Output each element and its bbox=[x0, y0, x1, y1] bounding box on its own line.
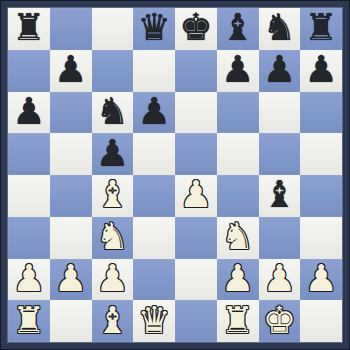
square-c7[interactable] bbox=[92, 50, 134, 92]
square-b8[interactable] bbox=[50, 8, 92, 50]
square-e3[interactable] bbox=[175, 217, 217, 259]
square-c3[interactable]: ♞ bbox=[92, 217, 134, 259]
square-c1[interactable]: ♝ bbox=[92, 300, 134, 342]
white-pawn-piece[interactable]: ♟ bbox=[12, 260, 45, 297]
black-king-piece[interactable]: ♚ bbox=[179, 9, 212, 46]
square-a2[interactable]: ♟ bbox=[8, 259, 50, 301]
square-h8[interactable]: ♜ bbox=[300, 8, 342, 50]
square-g7[interactable]: ♟ bbox=[259, 50, 301, 92]
square-b2[interactable]: ♟ bbox=[50, 259, 92, 301]
square-h1[interactable] bbox=[300, 300, 342, 342]
square-d3[interactable] bbox=[133, 217, 175, 259]
white-bishop-piece[interactable]: ♝ bbox=[96, 302, 129, 339]
square-d6[interactable]: ♟ bbox=[133, 92, 175, 134]
square-c8[interactable] bbox=[92, 8, 134, 50]
white-pawn-piece[interactable]: ♟ bbox=[305, 260, 338, 297]
black-pawn-piece[interactable]: ♟ bbox=[221, 51, 254, 88]
black-bishop-piece[interactable]: ♝ bbox=[221, 9, 254, 46]
square-d4[interactable] bbox=[133, 175, 175, 217]
square-b1[interactable] bbox=[50, 300, 92, 342]
square-h3[interactable] bbox=[300, 217, 342, 259]
square-f7[interactable]: ♟ bbox=[217, 50, 259, 92]
square-f1[interactable]: ♜ bbox=[217, 300, 259, 342]
square-h5[interactable] bbox=[300, 133, 342, 175]
black-pawn-piece[interactable]: ♟ bbox=[138, 93, 171, 130]
black-pawn-piece[interactable]: ♟ bbox=[305, 51, 338, 88]
square-c4[interactable]: ♝ bbox=[92, 175, 134, 217]
square-a3[interactable] bbox=[8, 217, 50, 259]
square-e2[interactable] bbox=[175, 259, 217, 301]
square-g3[interactable] bbox=[259, 217, 301, 259]
square-e5[interactable] bbox=[175, 133, 217, 175]
square-a1[interactable]: ♜ bbox=[8, 300, 50, 342]
square-g8[interactable]: ♞ bbox=[259, 8, 301, 50]
white-knight-piece[interactable]: ♞ bbox=[96, 218, 129, 255]
square-b3[interactable] bbox=[50, 217, 92, 259]
square-a6[interactable]: ♟ bbox=[8, 92, 50, 134]
square-e4[interactable]: ♟ bbox=[175, 175, 217, 217]
square-h7[interactable]: ♟ bbox=[300, 50, 342, 92]
black-knight-piece[interactable]: ♞ bbox=[96, 93, 129, 130]
white-rook-piece[interactable]: ♜ bbox=[12, 302, 45, 339]
square-a4[interactable] bbox=[8, 175, 50, 217]
square-b5[interactable] bbox=[50, 133, 92, 175]
square-h4[interactable] bbox=[300, 175, 342, 217]
square-d7[interactable] bbox=[133, 50, 175, 92]
white-pawn-piece[interactable]: ♟ bbox=[179, 176, 212, 213]
square-f6[interactable] bbox=[217, 92, 259, 134]
square-c2[interactable]: ♟ bbox=[92, 259, 134, 301]
white-pawn-piece[interactable]: ♟ bbox=[221, 260, 254, 297]
square-f3[interactable]: ♞ bbox=[217, 217, 259, 259]
chess-board: ♜♛♚♝♞♜♟♟♟♟♟♞♟♟♝♟♝♞♞♟♟♟♟♟♟♜♝♛♜♚ bbox=[8, 8, 342, 342]
square-h2[interactable]: ♟ bbox=[300, 259, 342, 301]
square-a8[interactable]: ♜ bbox=[8, 8, 50, 50]
square-a7[interactable] bbox=[8, 50, 50, 92]
white-bishop-piece[interactable]: ♝ bbox=[96, 176, 129, 213]
square-d2[interactable] bbox=[133, 259, 175, 301]
black-pawn-piece[interactable]: ♟ bbox=[263, 51, 296, 88]
board-frame: ♜♛♚♝♞♜♟♟♟♟♟♞♟♟♝♟♝♞♞♟♟♟♟♟♟♜♝♛♜♚ bbox=[0, 0, 350, 350]
square-d1[interactable]: ♛ bbox=[133, 300, 175, 342]
square-f4[interactable] bbox=[217, 175, 259, 217]
black-rook-piece[interactable]: ♜ bbox=[305, 9, 338, 46]
black-pawn-piece[interactable]: ♟ bbox=[12, 93, 45, 130]
white-pawn-piece[interactable]: ♟ bbox=[263, 260, 296, 297]
square-h6[interactable] bbox=[300, 92, 342, 134]
black-knight-piece[interactable]: ♞ bbox=[263, 9, 296, 46]
black-rook-piece[interactable]: ♜ bbox=[12, 9, 45, 46]
square-e1[interactable] bbox=[175, 300, 217, 342]
square-a5[interactable] bbox=[8, 133, 50, 175]
square-g5[interactable] bbox=[259, 133, 301, 175]
white-pawn-piece[interactable]: ♟ bbox=[54, 260, 87, 297]
square-c5[interactable]: ♟ bbox=[92, 133, 134, 175]
square-f8[interactable]: ♝ bbox=[217, 8, 259, 50]
black-pawn-piece[interactable]: ♟ bbox=[96, 135, 129, 172]
square-e8[interactable]: ♚ bbox=[175, 8, 217, 50]
white-queen-piece[interactable]: ♛ bbox=[138, 302, 171, 339]
square-b6[interactable] bbox=[50, 92, 92, 134]
square-c6[interactable]: ♞ bbox=[92, 92, 134, 134]
square-b7[interactable]: ♟ bbox=[50, 50, 92, 92]
white-rook-piece[interactable]: ♜ bbox=[221, 302, 254, 339]
black-queen-piece[interactable]: ♛ bbox=[138, 9, 171, 46]
square-g2[interactable]: ♟ bbox=[259, 259, 301, 301]
square-e6[interactable] bbox=[175, 92, 217, 134]
square-g4[interactable]: ♝ bbox=[259, 175, 301, 217]
square-d5[interactable] bbox=[133, 133, 175, 175]
white-pawn-piece[interactable]: ♟ bbox=[96, 260, 129, 297]
white-king-piece[interactable]: ♚ bbox=[263, 302, 296, 339]
square-d8[interactable]: ♛ bbox=[133, 8, 175, 50]
square-f5[interactable] bbox=[217, 133, 259, 175]
square-g6[interactable] bbox=[259, 92, 301, 134]
black-bishop-piece[interactable]: ♝ bbox=[263, 176, 296, 213]
square-f2[interactable]: ♟ bbox=[217, 259, 259, 301]
black-pawn-piece[interactable]: ♟ bbox=[54, 51, 87, 88]
square-g1[interactable]: ♚ bbox=[259, 300, 301, 342]
square-e7[interactable] bbox=[175, 50, 217, 92]
white-knight-piece[interactable]: ♞ bbox=[221, 218, 254, 255]
square-b4[interactable] bbox=[50, 175, 92, 217]
